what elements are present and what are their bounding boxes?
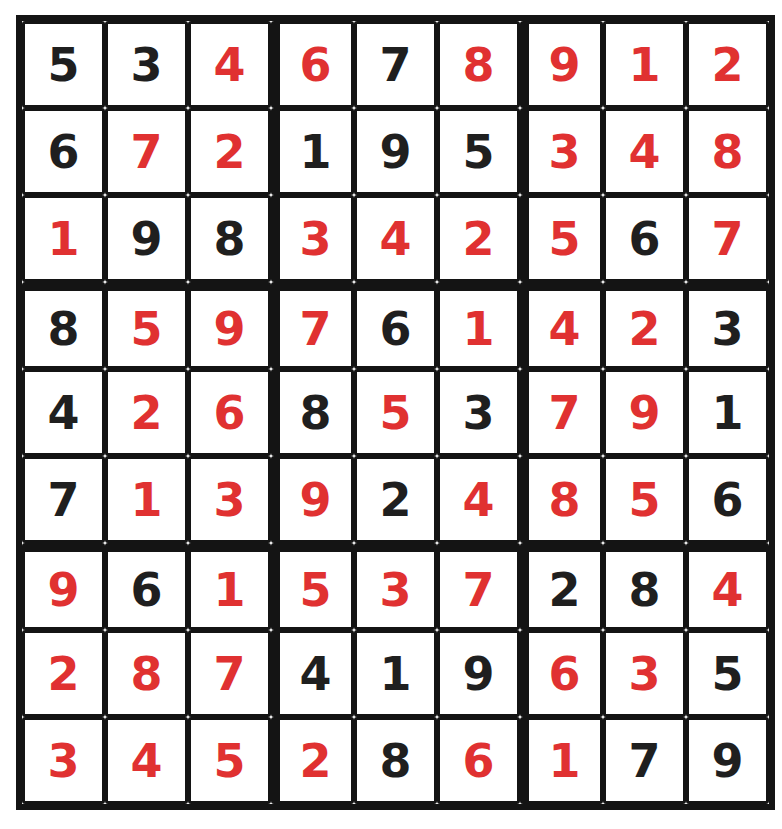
cell-r8c1: 2	[22, 630, 105, 717]
sudoku-board: 5346789126721953481983425678597614234268…	[16, 15, 775, 810]
cell-r8c9: 5	[686, 630, 769, 717]
cell-r2c3: 2	[188, 108, 271, 195]
cell-r6c1: 7	[22, 456, 105, 543]
cell-r1c9: 2	[686, 21, 769, 108]
cell-r7c5: 3	[354, 543, 437, 630]
cell-r2c2: 7	[105, 108, 188, 195]
cell-r4c1: 8	[22, 282, 105, 369]
cell-r4c3: 9	[188, 282, 271, 369]
cell-r2c9: 8	[686, 108, 769, 195]
cell-r6c2: 1	[105, 456, 188, 543]
cell-r4c8: 2	[603, 282, 686, 369]
cell-r2c8: 4	[603, 108, 686, 195]
cell-r1c1: 5	[22, 21, 105, 108]
cell-r6c3: 3	[188, 456, 271, 543]
cell-r7c8: 8	[603, 543, 686, 630]
cell-r2c5: 9	[354, 108, 437, 195]
cell-r5c3: 6	[188, 369, 271, 456]
cell-r1c8: 1	[603, 21, 686, 108]
cell-r5c7: 7	[520, 369, 603, 456]
cell-r9c5: 8	[354, 717, 437, 804]
cell-r3c2: 9	[105, 195, 188, 282]
cell-r1c5: 7	[354, 21, 437, 108]
cell-r3c1: 1	[22, 195, 105, 282]
cell-r9c2: 4	[105, 717, 188, 804]
cell-r8c3: 7	[188, 630, 271, 717]
cell-r8c5: 1	[354, 630, 437, 717]
cell-r9c7: 1	[520, 717, 603, 804]
cell-r2c1: 6	[22, 108, 105, 195]
cell-r7c6: 7	[437, 543, 520, 630]
cell-r6c4: 9	[271, 456, 354, 543]
cell-r5c6: 3	[437, 369, 520, 456]
cell-r6c9: 6	[686, 456, 769, 543]
cell-r3c8: 6	[603, 195, 686, 282]
cell-r3c9: 7	[686, 195, 769, 282]
cell-r1c3: 4	[188, 21, 271, 108]
cell-r5c9: 1	[686, 369, 769, 456]
cell-r2c6: 5	[437, 108, 520, 195]
cell-r1c4: 6	[271, 21, 354, 108]
cell-r1c2: 3	[105, 21, 188, 108]
cell-r7c7: 2	[520, 543, 603, 630]
cell-r4c6: 1	[437, 282, 520, 369]
page: 5346789126721953481983425678597614234268…	[0, 0, 782, 829]
cell-r4c7: 4	[520, 282, 603, 369]
cell-r9c6: 6	[437, 717, 520, 804]
cell-r9c3: 5	[188, 717, 271, 804]
cell-r3c3: 8	[188, 195, 271, 282]
cell-r6c8: 5	[603, 456, 686, 543]
cell-r6c6: 4	[437, 456, 520, 543]
cell-r4c2: 5	[105, 282, 188, 369]
cell-r3c5: 4	[354, 195, 437, 282]
cell-r1c7: 9	[520, 21, 603, 108]
cell-r4c4: 7	[271, 282, 354, 369]
cell-r9c4: 2	[271, 717, 354, 804]
cell-r4c9: 3	[686, 282, 769, 369]
cell-r3c6: 2	[437, 195, 520, 282]
cell-r7c9: 4	[686, 543, 769, 630]
cell-r7c1: 9	[22, 543, 105, 630]
cell-r2c7: 3	[520, 108, 603, 195]
cell-r5c1: 4	[22, 369, 105, 456]
cell-r7c3: 1	[188, 543, 271, 630]
cell-r7c2: 6	[105, 543, 188, 630]
cell-r8c8: 3	[603, 630, 686, 717]
cell-r8c4: 4	[271, 630, 354, 717]
cell-r1c6: 8	[437, 21, 520, 108]
cell-r8c7: 6	[520, 630, 603, 717]
cell-r5c5: 5	[354, 369, 437, 456]
cell-r5c8: 9	[603, 369, 686, 456]
cell-r6c7: 8	[520, 456, 603, 543]
cell-r9c9: 9	[686, 717, 769, 804]
cell-r9c8: 7	[603, 717, 686, 804]
cell-r8c2: 8	[105, 630, 188, 717]
cell-r5c4: 8	[271, 369, 354, 456]
cell-r5c2: 2	[105, 369, 188, 456]
cell-r4c5: 6	[354, 282, 437, 369]
cell-r3c4: 3	[271, 195, 354, 282]
cell-r8c6: 9	[437, 630, 520, 717]
cell-r3c7: 5	[520, 195, 603, 282]
cell-r7c4: 5	[271, 543, 354, 630]
cell-r6c5: 2	[354, 456, 437, 543]
cell-r9c1: 3	[22, 717, 105, 804]
cell-r2c4: 1	[271, 108, 354, 195]
